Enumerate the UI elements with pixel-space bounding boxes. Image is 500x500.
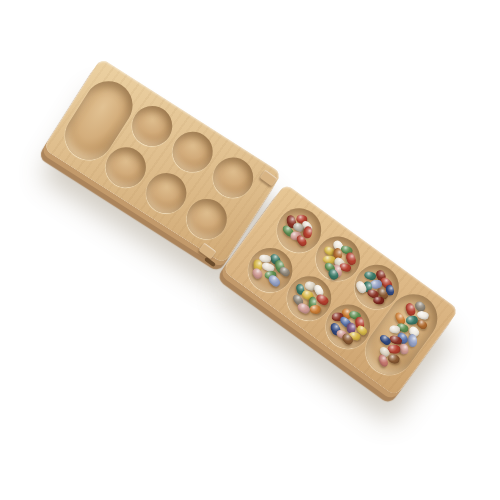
pit-a2 — [165, 124, 220, 179]
pit-b2 — [138, 165, 193, 220]
pit-a3 — [205, 150, 260, 205]
gem-stone-teal — [405, 315, 418, 325]
mancala-product-photo — [0, 0, 500, 500]
board-half-right — [221, 183, 458, 397]
board-half-left — [42, 58, 281, 265]
gem-stone-lavender — [407, 333, 417, 347]
pit-b3 — [179, 191, 234, 246]
gem-stone-orange — [309, 304, 321, 314]
